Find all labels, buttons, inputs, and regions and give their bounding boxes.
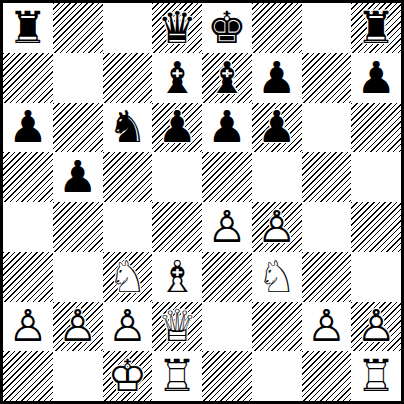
square-h4[interactable] <box>351 202 401 252</box>
square-c5[interactable] <box>103 152 153 202</box>
square-f6[interactable]: ♟ <box>252 103 302 153</box>
white-rook-h1-piece: ♜♖ <box>351 351 401 401</box>
square-c1[interactable]: ♚♔ <box>103 351 153 401</box>
black-bishop-e7-piece: ♝ <box>202 53 252 103</box>
square-a8[interactable]: ♜ <box>3 3 53 53</box>
white-piece-outline-glyph: ♔ <box>103 351 153 401</box>
square-e7[interactable]: ♝ <box>202 53 252 103</box>
black-rook-h8-piece: ♜ <box>351 3 401 53</box>
white-pawn-h2-piece: ♟♙ <box>351 302 401 352</box>
square-c3[interactable]: ♞♘ <box>103 252 153 302</box>
square-d8[interactable]: ♛ <box>152 3 202 53</box>
white-bishop-d3-piece: ♝♗ <box>152 252 202 302</box>
square-b6[interactable] <box>53 103 103 153</box>
square-d6[interactable]: ♟ <box>152 103 202 153</box>
square-d2[interactable]: ♛♕ <box>152 302 202 352</box>
square-e2[interactable] <box>202 302 252 352</box>
white-piece-outline-glyph: ♖ <box>152 351 202 401</box>
black-pawn-f6-piece: ♟ <box>252 103 302 153</box>
black-pawn-f7-piece: ♟ <box>252 53 302 103</box>
white-king-c1-piece: ♚♔ <box>103 351 153 401</box>
square-h5[interactable] <box>351 152 401 202</box>
square-b1[interactable] <box>53 351 103 401</box>
white-pawn-c2-piece: ♟♙ <box>103 302 153 352</box>
black-pawn-a6-piece: ♟ <box>3 103 53 153</box>
black-piece-glyph: ♜ <box>351 3 401 53</box>
black-piece-glyph: ♚ <box>202 3 252 53</box>
square-a2[interactable]: ♟♙ <box>3 302 53 352</box>
square-d5[interactable] <box>152 152 202 202</box>
square-h6[interactable] <box>351 103 401 153</box>
black-knight-c6-piece: ♞ <box>103 103 153 153</box>
square-d7[interactable]: ♝ <box>152 53 202 103</box>
square-e4[interactable]: ♟♙ <box>202 202 252 252</box>
white-pawn-a2-piece: ♟♙ <box>3 302 53 352</box>
square-c7[interactable] <box>103 53 153 103</box>
square-f4[interactable]: ♟♙ <box>252 202 302 252</box>
black-piece-glyph: ♟ <box>3 103 53 153</box>
white-piece-outline-glyph: ♙ <box>202 202 252 252</box>
black-bishop-d7-piece: ♝ <box>152 53 202 103</box>
square-g3[interactable] <box>302 252 352 302</box>
square-f5[interactable] <box>252 152 302 202</box>
square-f3[interactable]: ♞♘ <box>252 252 302 302</box>
black-rook-a8-piece: ♜ <box>3 3 53 53</box>
square-g5[interactable] <box>302 152 352 202</box>
square-g6[interactable] <box>302 103 352 153</box>
black-piece-glyph: ♟ <box>53 152 103 202</box>
square-h8[interactable]: ♜ <box>351 3 401 53</box>
white-pawn-g2-piece: ♟♙ <box>302 302 352 352</box>
black-piece-glyph: ♟ <box>152 103 202 153</box>
square-b5[interactable]: ♟ <box>53 152 103 202</box>
white-rook-d1-piece: ♜♖ <box>152 351 202 401</box>
white-piece-outline-glyph: ♖ <box>351 351 401 401</box>
square-b7[interactable] <box>53 53 103 103</box>
square-d3[interactable]: ♝♗ <box>152 252 202 302</box>
black-piece-glyph: ♟ <box>252 53 302 103</box>
black-pawn-b5-piece: ♟ <box>53 152 103 202</box>
square-h2[interactable]: ♟♙ <box>351 302 401 352</box>
square-c2[interactable]: ♟♙ <box>103 302 153 352</box>
white-queen-d2-piece: ♛♕ <box>152 302 202 352</box>
white-piece-outline-glyph: ♙ <box>53 302 103 352</box>
square-g8[interactable] <box>302 3 352 53</box>
square-b3[interactable] <box>53 252 103 302</box>
square-g2[interactable]: ♟♙ <box>302 302 352 352</box>
square-e5[interactable] <box>202 152 252 202</box>
square-a4[interactable] <box>3 202 53 252</box>
square-f2[interactable] <box>252 302 302 352</box>
black-piece-glyph: ♝ <box>152 53 202 103</box>
square-a1[interactable] <box>3 351 53 401</box>
square-e3[interactable] <box>202 252 252 302</box>
square-g7[interactable] <box>302 53 352 103</box>
black-piece-glyph: ♜ <box>3 3 53 53</box>
square-c6[interactable]: ♞ <box>103 103 153 153</box>
square-c8[interactable] <box>103 3 153 53</box>
square-e8[interactable]: ♚ <box>202 3 252 53</box>
square-b8[interactable] <box>53 3 103 53</box>
white-knight-f3-piece: ♞♘ <box>252 252 302 302</box>
square-e1[interactable] <box>202 351 252 401</box>
black-piece-glyph: ♟ <box>202 103 252 153</box>
black-queen-d8-piece: ♛ <box>152 3 202 53</box>
black-pawn-d6-piece: ♟ <box>152 103 202 153</box>
square-d4[interactable] <box>152 202 202 252</box>
white-piece-outline-glyph: ♙ <box>3 302 53 352</box>
white-pawn-f4-piece: ♟♙ <box>252 202 302 252</box>
black-piece-glyph: ♞ <box>103 103 153 153</box>
white-piece-outline-glyph: ♙ <box>351 302 401 352</box>
square-a3[interactable] <box>3 252 53 302</box>
black-piece-glyph: ♟ <box>252 103 302 153</box>
black-king-e8-piece: ♚ <box>202 3 252 53</box>
square-f1[interactable] <box>252 351 302 401</box>
chess-board: ♜♛♚♜♝♝♟♟♟♞♟♟♟♟♟♙♟♙♞♘♝♗♞♘♟♙♟♙♟♙♛♕♟♙♟♙♚♔♜♖… <box>3 3 401 401</box>
square-a5[interactable] <box>3 152 53 202</box>
square-g4[interactable] <box>302 202 352 252</box>
white-piece-outline-glyph: ♗ <box>152 252 202 302</box>
white-knight-c3-piece: ♞♘ <box>103 252 153 302</box>
white-piece-outline-glyph: ♙ <box>252 202 302 252</box>
square-f7[interactable]: ♟ <box>252 53 302 103</box>
square-h3[interactable] <box>351 252 401 302</box>
black-piece-glyph: ♛ <box>152 3 202 53</box>
square-h7[interactable]: ♟ <box>351 53 401 103</box>
black-piece-glyph: ♝ <box>202 53 252 103</box>
white-piece-outline-glyph: ♙ <box>302 302 352 352</box>
white-piece-outline-glyph: ♕ <box>152 302 202 352</box>
white-pawn-b2-piece: ♟♙ <box>53 302 103 352</box>
black-piece-glyph: ♟ <box>351 53 401 103</box>
black-pawn-e6-piece: ♟ <box>202 103 252 153</box>
white-piece-outline-glyph: ♘ <box>103 252 153 302</box>
square-a7[interactable] <box>3 53 53 103</box>
square-e6[interactable]: ♟ <box>202 103 252 153</box>
black-pawn-h7-piece: ♟ <box>351 53 401 103</box>
white-piece-outline-glyph: ♘ <box>252 252 302 302</box>
white-pawn-e4-piece: ♟♙ <box>202 202 252 252</box>
square-g1[interactable] <box>302 351 352 401</box>
square-h1[interactable]: ♜♖ <box>351 351 401 401</box>
square-d1[interactable]: ♜♖ <box>152 351 202 401</box>
square-c4[interactable] <box>103 202 153 252</box>
square-a6[interactable]: ♟ <box>3 103 53 153</box>
board-frame: ♜♛♚♜♝♝♟♟♟♞♟♟♟♟♟♙♟♙♞♘♝♗♞♘♟♙♟♙♟♙♛♕♟♙♟♙♚♔♜♖… <box>0 0 404 404</box>
square-f8[interactable] <box>252 3 302 53</box>
square-b4[interactable] <box>53 202 103 252</box>
white-piece-outline-glyph: ♙ <box>103 302 153 352</box>
square-b2[interactable]: ♟♙ <box>53 302 103 352</box>
